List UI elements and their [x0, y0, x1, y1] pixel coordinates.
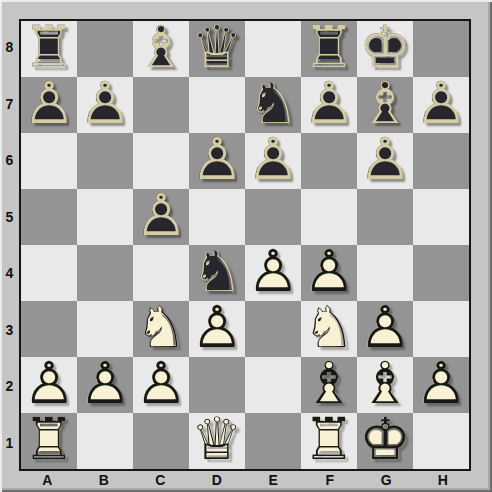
black-pawn[interactable]: ♟♙ [189, 133, 245, 189]
white-pawn[interactable]: ♟♙ [21, 357, 77, 413]
rank-labels: 87654321 [0, 19, 19, 471]
black-king-outline-icon: ♔ [357, 18, 413, 76]
square-f4[interactable]: ♟♙ [301, 245, 357, 301]
rank-label-6: 6 [0, 132, 19, 189]
square-f5[interactable] [301, 189, 357, 245]
black-pawn-icon: ♟ [413, 74, 469, 132]
black-knight[interactable]: ♞♘ [245, 77, 301, 133]
black-pawn[interactable]: ♟♙ [413, 77, 469, 133]
white-knight-icon: ♞ [133, 298, 189, 356]
black-knight-icon: ♞ [189, 242, 245, 300]
white-pawn-outline-icon: ♙ [245, 242, 301, 300]
chess-board: ♜♖♝♗♛♕♜♖♚♔♟♙♟♙♞♘♟♙♝♗♟♙♟♙♟♙♟♙♟♙♞♘♟♙♟♙♞♘♟♙… [21, 21, 469, 469]
white-rook-icon: ♜ [301, 410, 357, 468]
square-c5[interactable]: ♟♙ [133, 189, 189, 245]
white-pawn[interactable]: ♟♙ [413, 357, 469, 413]
black-pawn-icon: ♟ [357, 130, 413, 188]
white-pawn-outline-icon: ♙ [357, 298, 413, 356]
square-e3[interactable] [245, 301, 301, 357]
black-rook-icon: ♜ [301, 18, 357, 76]
square-a4[interactable] [21, 245, 77, 301]
black-pawn-icon: ♟ [245, 130, 301, 188]
black-knight-outline-icon: ♘ [245, 74, 301, 132]
square-a2[interactable]: ♟♙ [21, 357, 77, 413]
black-pawn-outline-icon: ♙ [357, 130, 413, 188]
white-king-outline-icon: ♔ [357, 410, 413, 468]
square-c1[interactable] [133, 413, 189, 469]
black-knight-icon: ♞ [245, 74, 301, 132]
white-bishop-icon: ♝ [301, 354, 357, 412]
square-c4[interactable] [133, 245, 189, 301]
black-bishop-icon: ♝ [357, 74, 413, 132]
white-pawn-icon: ♟ [301, 242, 357, 300]
black-pawn[interactable]: ♟♙ [301, 77, 357, 133]
square-e7[interactable]: ♞♘ [245, 77, 301, 133]
white-rook-outline-icon: ♖ [21, 410, 77, 468]
black-queen-outline-icon: ♕ [189, 18, 245, 76]
square-h6[interactable] [413, 133, 469, 189]
black-pawn-outline-icon: ♙ [77, 74, 133, 132]
square-e1[interactable] [245, 413, 301, 469]
black-bishop-outline-icon: ♗ [357, 74, 413, 132]
square-e6[interactable]: ♟♙ [245, 133, 301, 189]
square-f6[interactable] [301, 133, 357, 189]
rank-label-1: 1 [0, 415, 19, 472]
white-pawn-icon: ♟ [133, 354, 189, 412]
square-g2[interactable]: ♝♗ [357, 357, 413, 413]
square-c6[interactable] [133, 133, 189, 189]
white-pawn[interactable]: ♟♙ [189, 301, 245, 357]
black-king[interactable]: ♚♔ [357, 21, 413, 77]
black-knight-outline-icon: ♘ [189, 242, 245, 300]
black-pawn-outline-icon: ♙ [245, 130, 301, 188]
black-bishop-outline-icon: ♗ [133, 18, 189, 76]
white-knight-outline-icon: ♘ [301, 298, 357, 356]
rank-label-2: 2 [0, 358, 19, 415]
square-f3[interactable]: ♞♘ [301, 301, 357, 357]
black-rook-outline-icon: ♖ [301, 18, 357, 76]
black-pawn-icon: ♟ [189, 130, 245, 188]
square-g6[interactable]: ♟♙ [357, 133, 413, 189]
white-king-icon: ♚ [357, 410, 413, 468]
square-e8[interactable] [245, 21, 301, 77]
square-d8[interactable]: ♛♕ [189, 21, 245, 77]
square-f1[interactable]: ♜♖ [301, 413, 357, 469]
square-h4[interactable] [413, 245, 469, 301]
white-pawn[interactable]: ♟♙ [77, 357, 133, 413]
black-pawn[interactable]: ♟♙ [133, 189, 189, 245]
square-d1[interactable]: ♛♕ [189, 413, 245, 469]
square-g1[interactable]: ♚♔ [357, 413, 413, 469]
white-pawn-icon: ♟ [77, 354, 133, 412]
square-d6[interactable]: ♟♙ [189, 133, 245, 189]
square-c7[interactable] [133, 77, 189, 133]
white-pawn-icon: ♟ [413, 354, 469, 412]
black-king-icon: ♚ [357, 18, 413, 76]
square-h8[interactable] [413, 21, 469, 77]
chess-diagram: 87654321 ♜♖♝♗♛♕♜♖♚♔♟♙♟♙♞♘♟♙♝♗♟♙♟♙♟♙♟♙♟♙♞… [0, 0, 492, 492]
white-bishop-outline-icon: ♗ [357, 354, 413, 412]
file-label-h: H [415, 469, 472, 490]
file-labels: ABCDEFGH [19, 469, 471, 490]
white-pawn-outline-icon: ♙ [189, 298, 245, 356]
square-a5[interactable] [21, 189, 77, 245]
square-b5[interactable] [77, 189, 133, 245]
black-pawn-outline-icon: ♙ [133, 186, 189, 244]
black-queen-icon: ♛ [189, 18, 245, 76]
white-pawn[interactable]: ♟♙ [357, 301, 413, 357]
square-c2[interactable]: ♟♙ [133, 357, 189, 413]
square-b1[interactable] [77, 413, 133, 469]
white-pawn-icon: ♟ [245, 242, 301, 300]
white-queen-outline-icon: ♕ [189, 410, 245, 468]
white-pawn-outline-icon: ♙ [133, 354, 189, 412]
black-rook-icon: ♜ [21, 18, 77, 76]
white-pawn[interactable]: ♟♙ [301, 245, 357, 301]
square-h1[interactable] [413, 413, 469, 469]
black-pawn[interactable]: ♟♙ [77, 77, 133, 133]
square-a6[interactable] [21, 133, 77, 189]
white-pawn[interactable]: ♟♙ [133, 357, 189, 413]
white-knight[interactable]: ♞♘ [301, 301, 357, 357]
square-a7[interactable]: ♟♙ [21, 77, 77, 133]
square-f2[interactable]: ♝♗ [301, 357, 357, 413]
square-e4[interactable]: ♟♙ [245, 245, 301, 301]
white-pawn-icon: ♟ [357, 298, 413, 356]
rank-label-4: 4 [0, 245, 19, 302]
square-d4[interactable]: ♞♘ [189, 245, 245, 301]
black-pawn-outline-icon: ♙ [413, 74, 469, 132]
square-h3[interactable] [413, 301, 469, 357]
square-g7[interactable]: ♝♗ [357, 77, 413, 133]
square-b2[interactable]: ♟♙ [77, 357, 133, 413]
square-h2[interactable]: ♟♙ [413, 357, 469, 413]
file-label-d: D [189, 469, 246, 490]
square-d7[interactable] [189, 77, 245, 133]
square-e5[interactable] [245, 189, 301, 245]
black-bishop-icon: ♝ [133, 18, 189, 76]
white-pawn-outline-icon: ♙ [301, 242, 357, 300]
white-rook-outline-icon: ♖ [301, 410, 357, 468]
black-pawn[interactable]: ♟♙ [245, 133, 301, 189]
square-d2[interactable] [189, 357, 245, 413]
square-b4[interactable] [77, 245, 133, 301]
file-label-a: A [19, 469, 76, 490]
white-pawn-outline-icon: ♙ [77, 354, 133, 412]
file-label-b: B [76, 469, 133, 490]
rank-label-5: 5 [0, 189, 19, 246]
black-bishop[interactable]: ♝♗ [357, 77, 413, 133]
square-a3[interactable] [21, 301, 77, 357]
white-knight-icon: ♞ [301, 298, 357, 356]
white-rook[interactable]: ♜♖ [21, 413, 77, 469]
white-bishop[interactable]: ♝♗ [357, 357, 413, 413]
black-pawn[interactable]: ♟♙ [21, 77, 77, 133]
white-bishop-outline-icon: ♗ [301, 354, 357, 412]
square-h7[interactable]: ♟♙ [413, 77, 469, 133]
black-pawn-icon: ♟ [21, 74, 77, 132]
white-rook[interactable]: ♜♖ [301, 413, 357, 469]
white-king[interactable]: ♚♔ [357, 413, 413, 469]
rank-label-3: 3 [0, 302, 19, 359]
square-f8[interactable]: ♜♖ [301, 21, 357, 77]
rank-label-7: 7 [0, 76, 19, 133]
black-pawn-outline-icon: ♙ [21, 74, 77, 132]
square-f7[interactable]: ♟♙ [301, 77, 357, 133]
white-pawn-outline-icon: ♙ [413, 354, 469, 412]
square-g5[interactable] [357, 189, 413, 245]
square-d5[interactable] [189, 189, 245, 245]
square-b3[interactable] [77, 301, 133, 357]
square-h5[interactable] [413, 189, 469, 245]
black-pawn-icon: ♟ [133, 186, 189, 244]
file-label-c: C [132, 469, 189, 490]
black-queen[interactable]: ♛♕ [189, 21, 245, 77]
square-g8[interactable]: ♚♔ [357, 21, 413, 77]
file-label-f: F [302, 469, 359, 490]
rank-label-8: 8 [0, 19, 19, 76]
black-pawn-outline-icon: ♙ [189, 130, 245, 188]
square-e2[interactable] [245, 357, 301, 413]
black-pawn[interactable]: ♟♙ [357, 133, 413, 189]
black-rook[interactable]: ♜♖ [21, 21, 77, 77]
square-b7[interactable]: ♟♙ [77, 77, 133, 133]
black-pawn-icon: ♟ [77, 74, 133, 132]
square-g3[interactable]: ♟♙ [357, 301, 413, 357]
black-pawn-outline-icon: ♙ [301, 74, 357, 132]
white-queen[interactable]: ♛♕ [189, 413, 245, 469]
white-knight-outline-icon: ♘ [133, 298, 189, 356]
white-pawn-icon: ♟ [21, 354, 77, 412]
square-g4[interactable] [357, 245, 413, 301]
black-rook[interactable]: ♜♖ [301, 21, 357, 77]
white-pawn-outline-icon: ♙ [21, 354, 77, 412]
square-d3[interactable]: ♟♙ [189, 301, 245, 357]
white-knight[interactable]: ♞♘ [133, 301, 189, 357]
white-pawn[interactable]: ♟♙ [245, 245, 301, 301]
white-bishop-icon: ♝ [357, 354, 413, 412]
black-pawn-icon: ♟ [301, 74, 357, 132]
black-knight[interactable]: ♞♘ [189, 245, 245, 301]
square-c8[interactable]: ♝♗ [133, 21, 189, 77]
white-pawn-icon: ♟ [189, 298, 245, 356]
white-queen-icon: ♛ [189, 410, 245, 468]
square-b6[interactable] [77, 133, 133, 189]
black-rook-outline-icon: ♖ [21, 18, 77, 76]
square-a8[interactable]: ♜♖ [21, 21, 77, 77]
file-label-e: E [245, 469, 302, 490]
white-rook-icon: ♜ [21, 410, 77, 468]
black-bishop[interactable]: ♝♗ [133, 21, 189, 77]
file-label-g: G [358, 469, 415, 490]
white-bishop[interactable]: ♝♗ [301, 357, 357, 413]
square-c3[interactable]: ♞♘ [133, 301, 189, 357]
board-frame: ♜♖♝♗♛♕♜♖♚♔♟♙♟♙♞♘♟♙♝♗♟♙♟♙♟♙♟♙♟♙♞♘♟♙♟♙♞♘♟♙… [19, 19, 471, 471]
square-a1[interactable]: ♜♖ [21, 413, 77, 469]
square-b8[interactable] [77, 21, 133, 77]
